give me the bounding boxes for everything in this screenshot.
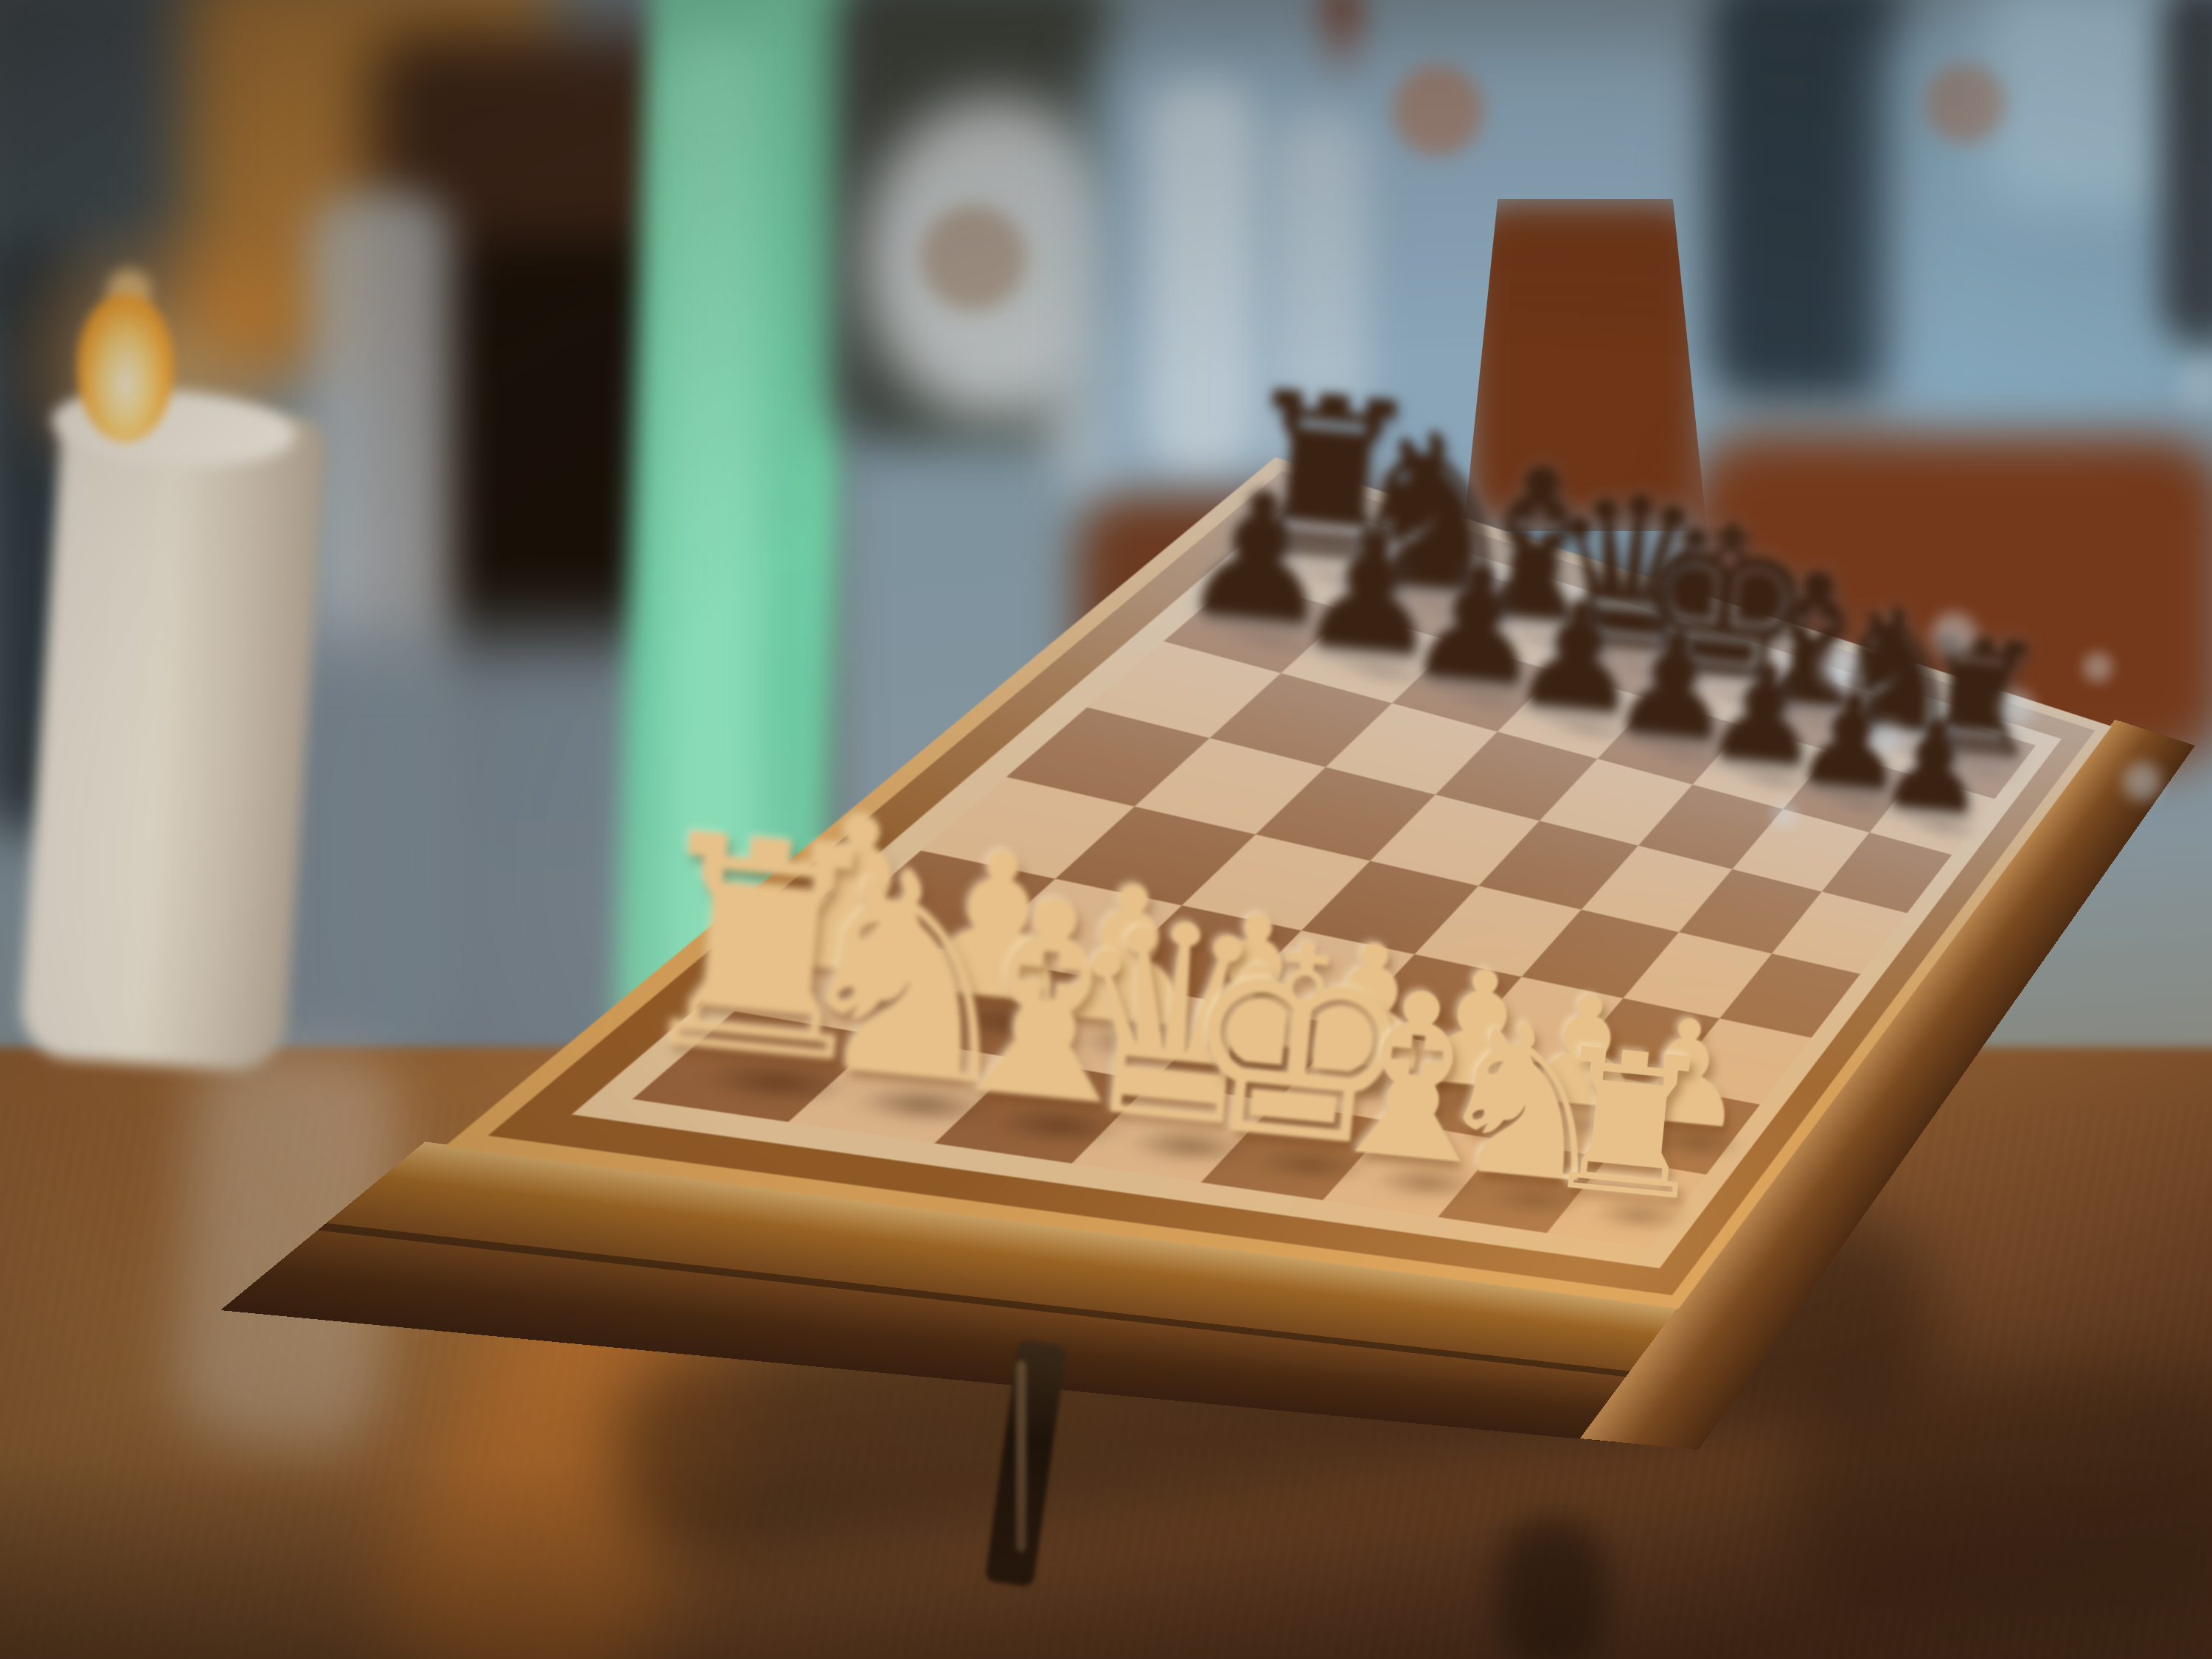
bokeh-circle	[1932, 612, 1976, 656]
board-clasp-highlight	[1016, 1360, 1026, 1552]
bokeh-circle	[1819, 647, 1860, 688]
bokeh-circle	[1771, 801, 1798, 828]
bokeh-circle	[1871, 721, 1904, 754]
board-clasp-shadow	[1497, 1519, 1607, 1659]
bokeh-circle	[2123, 762, 2161, 801]
bokeh-circle	[2083, 653, 2112, 682]
bokeh-circle	[1999, 690, 2034, 726]
piece-black-pawn-h7: ♟	[1874, 701, 1994, 832]
pieces-layer: ♜♞♝♛♚♝♞♜♟♟♟♟♟♟♟♟♟♟♟♟♟♟♟♟♜♞♝♛♚♝♞♜	[0, 0, 2212, 1659]
photo-scene: ♜♞♝♛♚♝♞♜♟♟♟♟♟♟♟♟♟♟♟♟♟♟♟♟♜♞♝♛♚♝♞♜	[0, 0, 2212, 1659]
piece-white-rook-h1: ♜	[1532, 1020, 1725, 1230]
